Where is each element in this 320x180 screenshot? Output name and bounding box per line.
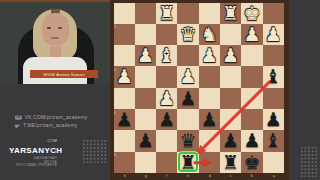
black-pawn-e5[interactable]: ♟: [177, 88, 198, 109]
file-label-b: b: [246, 174, 258, 177]
square-d6[interactable]: ♟: [199, 109, 220, 130]
board-grid: ♜♜♚♛♞♟♟♟♝♟♟♟♟♝♟♟♟♟♟♟♟♛♟♟♝♜♜♚: [114, 3, 284, 173]
file-label-g: g: [139, 174, 151, 177]
white-queen-e2[interactable]: ♛: [177, 24, 198, 45]
square-c2[interactable]: [220, 24, 241, 45]
white-knight-d2[interactable]: ♞: [199, 24, 220, 45]
square-g8[interactable]: [135, 152, 156, 173]
square-f5[interactable]: ♟: [156, 88, 177, 109]
rank-label-7: 7: [114, 132, 116, 135]
square-d3[interactable]: ♟: [199, 45, 220, 66]
square-b4[interactable]: [241, 66, 262, 87]
square-h5[interactable]: [114, 88, 135, 109]
square-f7[interactable]: [156, 130, 177, 151]
black-pawn-f6[interactable]: ♟: [156, 109, 177, 130]
square-c6[interactable]: [220, 109, 241, 130]
white-pawn-a2[interactable]: ♟: [263, 24, 284, 45]
square-a1[interactable]: [263, 3, 284, 24]
square-g3[interactable]: ♟: [135, 45, 156, 66]
rank-label-5: 5: [114, 89, 116, 92]
highlight-square-e8: [178, 152, 198, 172]
white-pawn-c3[interactable]: ♟: [220, 45, 241, 66]
brand-domain: .COM: [28, 140, 57, 143]
brand-tagline: ШАХМАТНАЯ ШКОЛА ЯРОСЛАВА ПРИЗАНТА: [9, 156, 57, 168]
square-b1[interactable]: ♚: [241, 3, 262, 24]
square-h6[interactable]: ♟: [114, 109, 135, 130]
black-rook-c8[interactable]: ♜: [220, 152, 241, 173]
white-bishop-f3[interactable]: ♝: [156, 45, 177, 66]
square-d4[interactable]: [199, 66, 220, 87]
dot-pattern-right: [300, 146, 319, 177]
square-c1[interactable]: ♜: [220, 3, 241, 24]
chess-board-frame: ♜♜♚♛♞♟♟♟♝♟♟♟♟♝♟♟♟♟♟♟♟♛♟♟♝♜♜♚ 12345678hgf…: [110, 0, 289, 180]
streamer-eye-right: [58, 27, 62, 29]
square-c7[interactable]: ♟: [220, 130, 241, 151]
stream-screen: WGM Алина Бивол VK VK.COM/prizant_academ…: [0, 0, 320, 180]
rank-label-6: 6: [114, 111, 116, 114]
square-g4[interactable]: [135, 66, 156, 87]
square-d2[interactable]: ♞: [199, 24, 220, 45]
square-e3[interactable]: [177, 45, 198, 66]
square-h8[interactable]: [114, 152, 135, 173]
file-label-h: h: [118, 174, 130, 177]
branding-panel: VK VK.COM/prizant_academy T.ME/prizant_a…: [0, 84, 110, 180]
file-label-c: c: [224, 174, 236, 177]
square-g6[interactable]: [135, 109, 156, 130]
square-f6[interactable]: ♟: [156, 109, 177, 130]
square-e4[interactable]: ♟: [177, 66, 198, 87]
black-king-b8[interactable]: ♚: [241, 152, 262, 173]
square-a7[interactable]: ♝: [263, 130, 284, 151]
white-pawn-g3[interactable]: ♟: [135, 45, 156, 66]
black-pawn-c7[interactable]: ♟: [220, 130, 241, 151]
square-b3[interactable]: [241, 45, 262, 66]
white-rook-f1[interactable]: ♜: [156, 3, 177, 24]
file-label-e: e: [182, 174, 194, 177]
rank-label-1: 1: [114, 4, 116, 7]
square-c5[interactable]: [220, 88, 241, 109]
right-side-panel: [289, 0, 320, 180]
white-king-b1[interactable]: ♚: [241, 3, 262, 24]
square-d7[interactable]: [199, 130, 220, 151]
rank-label-8: 8: [114, 153, 116, 156]
square-h7[interactable]: [114, 130, 135, 151]
streamer-face: [42, 13, 69, 45]
square-f1[interactable]: ♜: [156, 3, 177, 24]
white-pawn-f5[interactable]: ♟: [156, 88, 177, 109]
square-b8[interactable]: ♚: [241, 152, 262, 173]
black-bishop-a7[interactable]: ♝: [263, 130, 284, 151]
square-g1[interactable]: [135, 3, 156, 24]
square-b5[interactable]: [241, 88, 262, 109]
white-pawn-d3[interactable]: ♟: [199, 45, 220, 66]
vk-link-row: VK VK.COM/prizant_academy: [15, 113, 113, 121]
white-rook-c1[interactable]: ♜: [220, 3, 241, 24]
square-g2[interactable]: [135, 24, 156, 45]
square-c8[interactable]: ♜: [220, 152, 241, 173]
black-pawn-b7[interactable]: ♟: [241, 130, 262, 151]
white-pawn-b2[interactable]: ♟: [241, 24, 262, 45]
black-pawn-d6[interactable]: ♟: [199, 109, 220, 130]
caption-bar: WGM Алина Бивол: [30, 70, 98, 78]
square-b2[interactable]: ♟: [241, 24, 262, 45]
square-a3[interactable]: [263, 45, 284, 66]
square-h2[interactable]: [114, 24, 135, 45]
square-h4[interactable]: ♟: [114, 66, 135, 87]
square-f4[interactable]: [156, 66, 177, 87]
square-f8[interactable]: [156, 152, 177, 173]
square-a4[interactable]: ♝: [263, 66, 284, 87]
vk-link-label: VK.COM/prizant_academy: [25, 115, 88, 120]
brand-name: YARSANYCH: [9, 146, 57, 155]
square-e1[interactable]: [177, 3, 198, 24]
black-pawn-g7[interactable]: ♟: [135, 130, 156, 151]
brand-block: .COM YARSANYCH ШАХМАТНАЯ ШКОЛА ЯРОСЛАВА …: [9, 140, 57, 155]
telegram-icon: [14, 122, 21, 128]
square-h3[interactable]: [114, 45, 135, 66]
square-h1[interactable]: [114, 3, 135, 24]
social-links: VK VK.COM/prizant_academy T.ME/prizant_a…: [15, 113, 113, 130]
square-e2[interactable]: ♛: [177, 24, 198, 45]
vk-icon: VK: [15, 115, 22, 120]
square-a8[interactable]: [263, 152, 284, 173]
file-label-f: f: [161, 174, 173, 177]
square-c4[interactable]: [220, 66, 241, 87]
white-pawn-e4[interactable]: ♟: [177, 66, 198, 87]
webcam-top-accent: [0, 0, 110, 2]
rank-label-3: 3: [114, 47, 116, 50]
square-d1[interactable]: [199, 3, 220, 24]
dot-pattern-left: [82, 139, 108, 163]
square-e6[interactable]: [177, 109, 198, 130]
square-g5[interactable]: [135, 88, 156, 109]
black-queen-e7[interactable]: ♛: [177, 130, 198, 151]
square-a6[interactable]: ♟: [263, 109, 284, 130]
rank-label-4: 4: [114, 68, 116, 71]
square-e8[interactable]: ♜: [177, 152, 198, 173]
white-pawn-h4[interactable]: ♟: [114, 66, 135, 87]
black-pawn-h6[interactable]: ♟: [114, 109, 135, 130]
streamer-mouth: [51, 37, 59, 39]
square-f2[interactable]: [156, 24, 177, 45]
telegram-link-row: T.ME/prizant_academy: [15, 121, 113, 129]
square-a5[interactable]: [263, 88, 284, 109]
square-f3[interactable]: ♝: [156, 45, 177, 66]
webcam-panel: WGM Алина Бивол: [0, 0, 110, 84]
streamer-eye-left: [47, 27, 51, 29]
square-b6[interactable]: [241, 109, 262, 130]
square-d8[interactable]: [199, 152, 220, 173]
square-e7[interactable]: ♛: [177, 130, 198, 151]
square-d5[interactable]: [199, 88, 220, 109]
black-bishop-a4[interactable]: ♝: [263, 66, 284, 87]
square-g7[interactable]: ♟: [135, 130, 156, 151]
black-pawn-a6[interactable]: ♟: [263, 109, 284, 130]
caption-text: WGM Алина Бивол: [43, 72, 84, 76]
square-c3[interactable]: ♟: [220, 45, 241, 66]
square-b7[interactable]: ♟: [241, 130, 262, 151]
telegram-link-label: T.ME/prizant_academy: [23, 123, 77, 128]
brand-tagline-line3: ЯРОСЛАВА ПРИЗАНТА: [9, 164, 57, 168]
file-label-a: a: [267, 174, 279, 177]
rank-label-2: 2: [114, 25, 116, 28]
square-e5[interactable]: ♟: [177, 88, 198, 109]
square-a2[interactable]: ♟: [263, 24, 284, 45]
file-label-d: d: [203, 174, 215, 177]
